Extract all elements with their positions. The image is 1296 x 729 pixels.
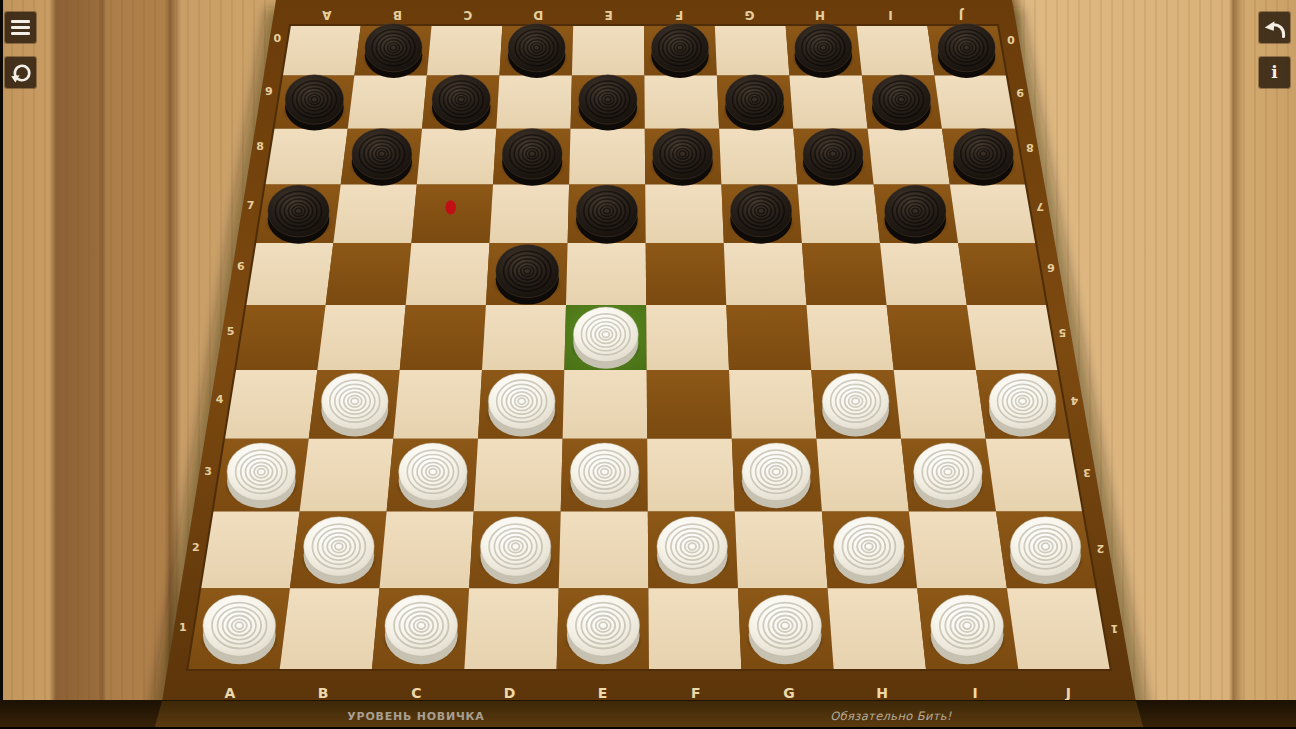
piece-black-A7[interactable] bbox=[268, 185, 330, 244]
square-D3[interactable] bbox=[474, 439, 563, 512]
square-C2[interactable] bbox=[380, 511, 474, 588]
square-J1[interactable] bbox=[1007, 588, 1111, 670]
row-label-right-1: 1 bbox=[1111, 622, 1119, 635]
piece-white-H4[interactable] bbox=[822, 373, 889, 436]
square-G5[interactable] bbox=[726, 305, 811, 370]
status-bar: УРОВЕНЬ НОВИЧКА Обязательно Бить! bbox=[0, 700, 1296, 729]
row-label-left-8: 8 bbox=[256, 140, 264, 153]
col-label-top-E: E bbox=[605, 8, 613, 22]
row-label-right-0: 0 bbox=[1007, 33, 1015, 46]
row-label-right-9: 9 bbox=[1016, 86, 1024, 99]
square-F9[interactable] bbox=[644, 76, 719, 129]
piece-white-D4[interactable] bbox=[488, 373, 555, 436]
piece-white-E3[interactable] bbox=[570, 443, 639, 508]
square-A6[interactable] bbox=[245, 243, 333, 305]
restart-rotate-icon bbox=[10, 62, 32, 84]
piece-black-H10[interactable] bbox=[795, 24, 852, 79]
restart-button[interactable] bbox=[5, 57, 36, 88]
row-label-right-6: 6 bbox=[1047, 261, 1055, 274]
board-front-skirt bbox=[0, 701, 1296, 729]
square-B3[interactable] bbox=[300, 439, 394, 512]
row-label-right-7: 7 bbox=[1036, 200, 1044, 213]
piece-white-G3[interactable] bbox=[742, 443, 811, 508]
piece-white-C3[interactable] bbox=[399, 443, 468, 508]
row-label-right-5: 5 bbox=[1058, 326, 1066, 339]
undo-arrow-icon bbox=[1263, 17, 1287, 39]
square-A5[interactable] bbox=[235, 305, 326, 370]
piece-white-B4[interactable] bbox=[321, 373, 388, 436]
col-label-bottom-B: B bbox=[318, 685, 329, 701]
piece-black-G9[interactable] bbox=[725, 75, 784, 131]
piece-black-F8[interactable] bbox=[653, 129, 713, 186]
col-label-top-J: J bbox=[959, 8, 964, 22]
square-F3[interactable] bbox=[647, 439, 735, 512]
square-E10[interactable] bbox=[572, 25, 645, 76]
square-E2[interactable] bbox=[559, 511, 649, 588]
row-label-left-9: 9 bbox=[265, 85, 273, 98]
piece-black-F10[interactable] bbox=[651, 24, 708, 79]
piece-black-J10[interactable] bbox=[938, 24, 995, 79]
square-C4[interactable] bbox=[393, 370, 482, 439]
square-J6[interactable] bbox=[958, 243, 1047, 305]
square-F6[interactable] bbox=[646, 243, 727, 305]
square-C8[interactable] bbox=[417, 129, 497, 185]
square-I2[interactable] bbox=[909, 511, 1007, 588]
piece-white-F2[interactable] bbox=[657, 517, 728, 584]
square-J9[interactable] bbox=[934, 76, 1016, 129]
capture-target-dot bbox=[446, 200, 456, 214]
square-H6[interactable] bbox=[802, 243, 887, 305]
row-label-left-6: 6 bbox=[237, 260, 245, 273]
checkers-board: AABBCCDDEEFFGGHHIIJJ11223344556677889900 bbox=[0, 0, 1296, 729]
col-label-top-C: C bbox=[463, 8, 472, 22]
col-label-bottom-C: C bbox=[411, 685, 421, 701]
col-label-bottom-F: F bbox=[691, 685, 701, 701]
square-G8[interactable] bbox=[719, 129, 797, 185]
square-B1[interactable] bbox=[280, 588, 380, 670]
col-label-bottom-I: I bbox=[973, 685, 978, 701]
row-label-left-3: 3 bbox=[204, 465, 212, 478]
square-H3[interactable] bbox=[817, 439, 909, 512]
row-label-right-8: 8 bbox=[1026, 141, 1034, 154]
square-I10[interactable] bbox=[856, 25, 934, 76]
piece-white-B2[interactable] bbox=[304, 517, 375, 584]
col-label-top-H: H bbox=[815, 8, 825, 22]
square-B9[interactable] bbox=[348, 76, 427, 129]
square-I4[interactable] bbox=[894, 370, 986, 439]
square-H1[interactable] bbox=[828, 588, 927, 670]
row-label-left-1: 1 bbox=[179, 621, 187, 634]
capture-hint-label: Обязательно Бить! bbox=[830, 709, 952, 723]
square-A4[interactable] bbox=[224, 370, 317, 439]
row-label-left-4: 4 bbox=[216, 393, 224, 406]
row-label-right-3: 3 bbox=[1083, 466, 1091, 479]
square-F5[interactable] bbox=[646, 305, 729, 370]
piece-black-D10[interactable] bbox=[508, 24, 565, 79]
piece-black-G7[interactable] bbox=[730, 185, 792, 244]
piece-black-I7[interactable] bbox=[885, 185, 947, 244]
piece-white-J4[interactable] bbox=[989, 373, 1056, 436]
piece-white-I3[interactable] bbox=[914, 443, 983, 508]
square-J7[interactable] bbox=[950, 185, 1036, 244]
piece-black-E7[interactable] bbox=[576, 185, 638, 244]
piece-black-B10[interactable] bbox=[365, 24, 422, 79]
piece-black-D8[interactable] bbox=[502, 129, 562, 186]
square-F7[interactable] bbox=[645, 185, 724, 244]
square-J5[interactable] bbox=[967, 305, 1059, 370]
square-D9[interactable] bbox=[496, 76, 572, 129]
square-A10[interactable] bbox=[282, 25, 361, 76]
piece-white-J2[interactable] bbox=[1010, 517, 1081, 584]
square-B5[interactable] bbox=[317, 305, 405, 370]
col-label-top-I: I bbox=[888, 8, 892, 22]
piece-black-A9[interactable] bbox=[285, 75, 344, 131]
piece-black-J8[interactable] bbox=[953, 129, 1013, 186]
square-J3[interactable] bbox=[986, 439, 1083, 512]
row-label-right-2: 2 bbox=[1096, 542, 1104, 555]
square-D7[interactable] bbox=[490, 185, 570, 244]
square-I8[interactable] bbox=[868, 129, 950, 185]
square-E8[interactable] bbox=[569, 129, 645, 185]
game-scene: AABBCCDDEEFFGGHHIIJJ11223344556677889900 bbox=[0, 0, 1296, 729]
col-label-bottom-G: G bbox=[783, 685, 795, 701]
row-label-right-4: 4 bbox=[1070, 394, 1078, 407]
col-label-top-B: B bbox=[393, 8, 402, 22]
col-label-bottom-J: J bbox=[1065, 685, 1071, 701]
square-G4[interactable] bbox=[729, 370, 817, 439]
col-label-bottom-A: A bbox=[225, 685, 236, 701]
square-I5[interactable] bbox=[887, 305, 976, 370]
square-E4[interactable] bbox=[563, 370, 648, 439]
row-label-left-2: 2 bbox=[192, 541, 200, 554]
piece-black-C9[interactable] bbox=[432, 75, 491, 131]
row-label-left-0: 0 bbox=[274, 32, 282, 45]
square-C5[interactable] bbox=[400, 305, 486, 370]
piece-white-E5[interactable] bbox=[573, 307, 638, 369]
square-C10[interactable] bbox=[427, 25, 503, 76]
col-label-top-A: A bbox=[322, 8, 332, 22]
square-E6[interactable] bbox=[566, 243, 646, 305]
col-label-bottom-H: H bbox=[876, 685, 888, 701]
piece-white-I1[interactable] bbox=[931, 595, 1004, 664]
square-B7[interactable] bbox=[333, 185, 417, 244]
info-button[interactable]: i bbox=[1259, 57, 1290, 88]
piece-white-E1[interactable] bbox=[567, 595, 640, 664]
piece-black-H8[interactable] bbox=[803, 129, 863, 186]
piece-black-D6[interactable] bbox=[496, 245, 559, 305]
undo-button[interactable] bbox=[1259, 12, 1290, 43]
square-H5[interactable] bbox=[807, 305, 894, 370]
square-H7[interactable] bbox=[798, 185, 881, 244]
piece-black-I9[interactable] bbox=[872, 75, 931, 131]
level-label: УРОВЕНЬ НОВИЧКА bbox=[347, 709, 484, 722]
piece-white-G1[interactable] bbox=[749, 595, 822, 664]
piece-white-A1[interactable] bbox=[203, 595, 276, 664]
piece-black-E9[interactable] bbox=[579, 75, 638, 131]
info-icon: i bbox=[1271, 64, 1277, 81]
col-label-top-F: F bbox=[675, 8, 683, 22]
col-label-bottom-E: E bbox=[598, 685, 608, 701]
square-F4[interactable] bbox=[647, 370, 732, 439]
col-label-top-G: G bbox=[745, 8, 755, 22]
square-A8[interactable] bbox=[265, 129, 348, 185]
square-B6[interactable] bbox=[326, 243, 412, 305]
square-F1[interactable] bbox=[648, 588, 741, 670]
row-label-left-7: 7 bbox=[247, 199, 255, 212]
square-G2[interactable] bbox=[735, 511, 828, 588]
row-label-left-5: 5 bbox=[227, 325, 235, 338]
square-A2[interactable] bbox=[200, 511, 299, 588]
square-H9[interactable] bbox=[789, 76, 867, 129]
square-G6[interactable] bbox=[724, 243, 807, 305]
square-D5[interactable] bbox=[482, 305, 566, 370]
square-D1[interactable] bbox=[464, 588, 558, 670]
piece-black-B8[interactable] bbox=[352, 129, 412, 186]
col-label-bottom-D: D bbox=[504, 685, 516, 701]
square-I6[interactable] bbox=[880, 243, 967, 305]
hamburger-menu-icon bbox=[11, 20, 30, 35]
piece-white-H2[interactable] bbox=[834, 517, 905, 584]
piece-white-D2[interactable] bbox=[480, 517, 551, 584]
square-C6[interactable] bbox=[406, 243, 490, 305]
menu-button[interactable] bbox=[5, 12, 36, 43]
col-label-top-D: D bbox=[533, 8, 543, 22]
piece-white-C1[interactable] bbox=[385, 595, 458, 664]
square-G10[interactable] bbox=[715, 25, 790, 76]
piece-white-A3[interactable] bbox=[227, 443, 296, 508]
